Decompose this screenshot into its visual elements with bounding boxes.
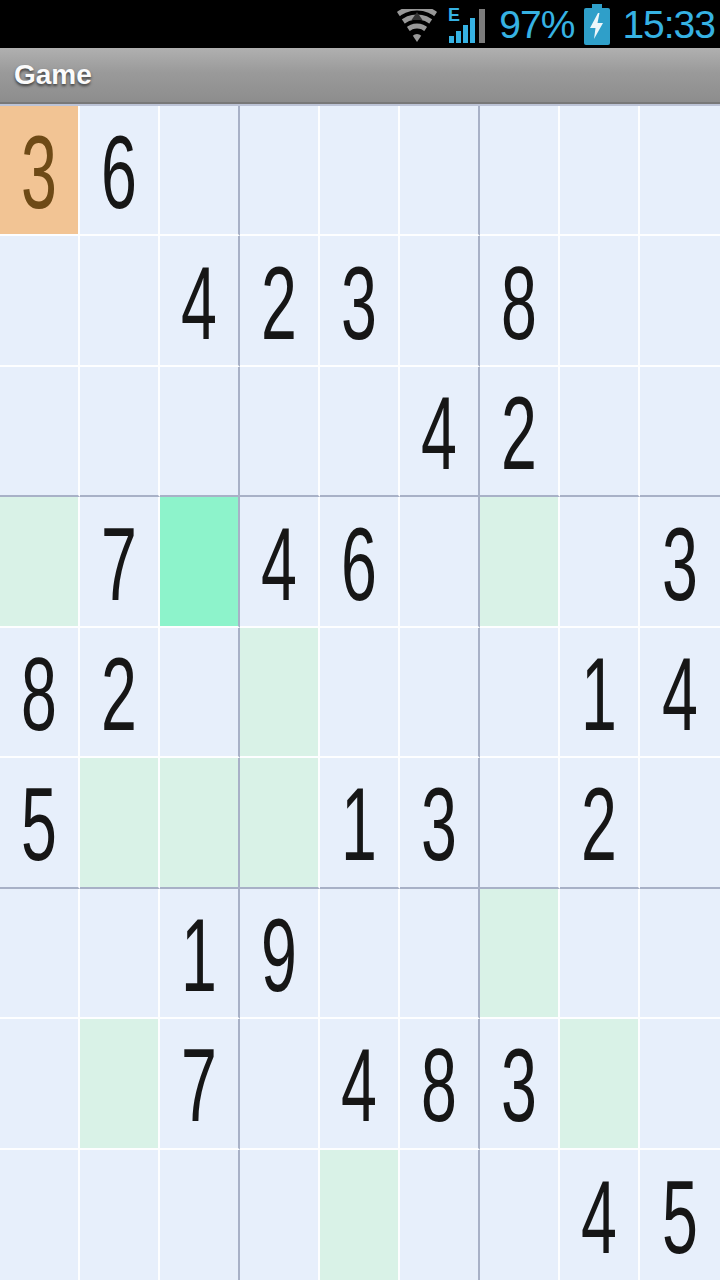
cell-r2c3[interactable] [240, 367, 320, 497]
cell-r7c3[interactable] [240, 1019, 320, 1149]
cell-r1c4[interactable]: 3 [320, 236, 400, 366]
cell-r7c1[interactable] [80, 1019, 160, 1149]
cell-r6c0[interactable] [0, 889, 80, 1019]
signal-strength-icon: E [448, 6, 490, 43]
cell-r1c3[interactable]: 2 [240, 236, 320, 366]
cell-r3c2[interactable] [160, 497, 240, 627]
clock: 15:33 [622, 5, 715, 44]
battery-percent: 97% [499, 5, 574, 44]
cell-r4c5[interactable] [400, 628, 480, 758]
cell-digit: 4 [341, 1033, 377, 1137]
cell-r3c0[interactable] [0, 497, 80, 627]
cell-r6c5[interactable] [400, 889, 480, 1019]
cell-r4c4[interactable] [320, 628, 400, 758]
cell-r0c0[interactable]: 3 [0, 106, 80, 236]
cell-r5c0[interactable]: 5 [0, 758, 80, 888]
title-bar: Game [0, 48, 720, 104]
cell-r5c2[interactable] [160, 758, 240, 888]
cell-digit: 4 [581, 1165, 617, 1269]
cell-r1c8[interactable] [640, 236, 720, 366]
cell-r4c7[interactable]: 1 [560, 628, 640, 758]
cell-r2c6[interactable]: 2 [480, 367, 560, 497]
cell-digit: 9 [261, 903, 297, 1007]
cell-r8c3[interactable] [240, 1150, 320, 1280]
cell-r8c0[interactable] [0, 1150, 80, 1280]
cell-r4c1[interactable]: 2 [80, 628, 160, 758]
cell-r7c5[interactable]: 8 [400, 1019, 480, 1149]
cell-r0c4[interactable] [320, 106, 400, 236]
cell-r2c2[interactable] [160, 367, 240, 497]
cell-digit: 7 [181, 1033, 217, 1137]
cell-digit: 3 [21, 120, 57, 224]
cell-r2c4[interactable] [320, 367, 400, 497]
wifi-icon [395, 7, 439, 42]
cell-r3c6[interactable] [480, 497, 560, 627]
cell-r5c7[interactable]: 2 [560, 758, 640, 888]
cell-r0c6[interactable] [480, 106, 560, 236]
cell-r7c2[interactable]: 7 [160, 1019, 240, 1149]
cell-r8c1[interactable] [80, 1150, 160, 1280]
cell-r3c7[interactable] [560, 497, 640, 627]
cell-r5c5[interactable]: 3 [400, 758, 480, 888]
cell-digit: 2 [581, 772, 617, 876]
cell-digit: 3 [341, 251, 377, 355]
cell-r1c7[interactable] [560, 236, 640, 366]
cell-digit: 6 [341, 512, 377, 616]
cell-digit: 1 [581, 642, 617, 746]
cell-digit: 5 [662, 1165, 698, 1269]
cell-r5c1[interactable] [80, 758, 160, 888]
cell-digit: 2 [501, 381, 537, 485]
cell-digit: 1 [181, 903, 217, 1007]
cell-digit: 4 [421, 381, 457, 485]
network-type-label: E [448, 6, 460, 25]
cell-r6c2[interactable]: 1 [160, 889, 240, 1019]
cell-r2c7[interactable] [560, 367, 640, 497]
cell-r5c4[interactable]: 1 [320, 758, 400, 888]
cell-r7c7[interactable] [560, 1019, 640, 1149]
cell-r3c5[interactable] [400, 497, 480, 627]
cell-r2c1[interactable] [80, 367, 160, 497]
cell-digit: 2 [101, 642, 137, 746]
cell-r7c8[interactable] [640, 1019, 720, 1149]
cell-r7c6[interactable]: 3 [480, 1019, 560, 1149]
cell-r6c1[interactable] [80, 889, 160, 1019]
cell-digit: 5 [21, 772, 57, 876]
status-bar[interactable]: E 97% 15:33 [0, 0, 720, 48]
cell-r0c2[interactable] [160, 106, 240, 236]
cell-digit: 7 [101, 512, 137, 616]
cell-r3c1[interactable]: 7 [80, 497, 160, 627]
cell-r7c4[interactable]: 4 [320, 1019, 400, 1149]
cell-r0c3[interactable] [240, 106, 320, 236]
cell-r0c1[interactable]: 6 [80, 106, 160, 236]
cell-r7c0[interactable] [0, 1019, 80, 1149]
cell-r3c8[interactable]: 3 [640, 497, 720, 627]
cell-digit: 8 [501, 251, 537, 355]
cell-r1c1[interactable] [80, 236, 160, 366]
cell-r6c8[interactable] [640, 889, 720, 1019]
cell-digit: 4 [261, 512, 297, 616]
cell-digit: 6 [101, 120, 137, 224]
cell-r0c8[interactable] [640, 106, 720, 236]
cell-r4c3[interactable] [240, 628, 320, 758]
cell-digit: 2 [261, 251, 297, 355]
cell-r5c8[interactable] [640, 758, 720, 888]
sudoku-board: 3642384274638214513219748345 [0, 104, 720, 1280]
cell-r8c2[interactable] [160, 1150, 240, 1280]
cell-digit: 8 [21, 642, 57, 746]
cell-r6c6[interactable] [480, 889, 560, 1019]
cell-r1c6[interactable]: 8 [480, 236, 560, 366]
cell-digit: 4 [662, 642, 698, 746]
cell-digit: 3 [662, 512, 698, 616]
cell-r8c7[interactable]: 4 [560, 1150, 640, 1280]
cell-digit: 4 [181, 251, 217, 355]
battery-charging-icon [583, 4, 611, 45]
cell-r5c3[interactable] [240, 758, 320, 888]
cell-r6c7[interactable] [560, 889, 640, 1019]
cell-r4c2[interactable] [160, 628, 240, 758]
cell-r2c5[interactable]: 4 [400, 367, 480, 497]
page-title: Game [14, 59, 92, 91]
cell-digit: 1 [341, 772, 377, 876]
cell-r0c7[interactable] [560, 106, 640, 236]
cell-r4c0[interactable]: 8 [0, 628, 80, 758]
cell-r5c6[interactable] [480, 758, 560, 888]
cell-r8c5[interactable] [400, 1150, 480, 1280]
cell-r3c3[interactable]: 4 [240, 497, 320, 627]
cell-r6c3[interactable]: 9 [240, 889, 320, 1019]
cell-r6c4[interactable] [320, 889, 400, 1019]
cell-r1c5[interactable] [400, 236, 480, 366]
cell-r4c6[interactable] [480, 628, 560, 758]
cell-r1c2[interactable]: 4 [160, 236, 240, 366]
cell-r3c4[interactable]: 6 [320, 497, 400, 627]
cell-r0c5[interactable] [400, 106, 480, 236]
cell-r2c8[interactable] [640, 367, 720, 497]
cell-digit: 3 [501, 1033, 537, 1137]
cell-r1c0[interactable] [0, 236, 80, 366]
cell-r2c0[interactable] [0, 367, 80, 497]
cell-digit: 8 [421, 1033, 457, 1137]
cell-digit: 3 [421, 772, 457, 876]
cell-r8c4[interactable] [320, 1150, 400, 1280]
cell-r8c8[interactable]: 5 [640, 1150, 720, 1280]
cell-r4c8[interactable]: 4 [640, 628, 720, 758]
cell-r8c6[interactable] [480, 1150, 560, 1280]
